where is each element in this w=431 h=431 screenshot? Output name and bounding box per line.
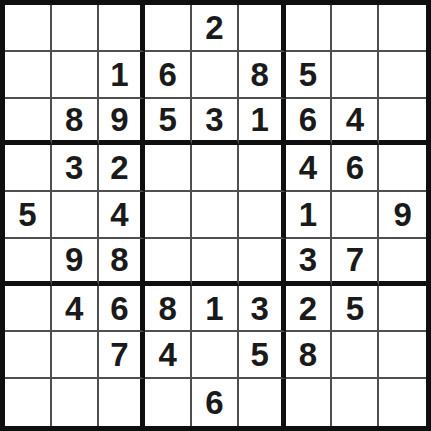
cell-r6c1[interactable] xyxy=(5,239,52,286)
cell-r9c9[interactable] xyxy=(379,379,426,426)
cell-r4c3: 2 xyxy=(99,145,146,192)
cell-r2c2[interactable] xyxy=(52,52,99,99)
cell-r3c6: 1 xyxy=(239,99,286,146)
cell-r5c4[interactable] xyxy=(145,192,192,239)
cell-r9c7[interactable] xyxy=(286,379,333,426)
cell-r3c4: 5 xyxy=(145,99,192,146)
cell-r3c5: 3 xyxy=(192,99,239,146)
cell-r3c7: 6 xyxy=(286,99,333,146)
cell-r1c5: 2 xyxy=(192,5,239,52)
cell-r2c6: 8 xyxy=(239,52,286,99)
cell-r9c6[interactable] xyxy=(239,379,286,426)
cell-r7c5: 1 xyxy=(192,286,239,333)
cell-r7c7: 2 xyxy=(286,286,333,333)
cell-r8c3: 7 xyxy=(99,332,146,379)
cell-r7c3: 6 xyxy=(99,286,146,333)
cell-r3c8: 4 xyxy=(332,99,379,146)
cell-r4c8: 6 xyxy=(332,145,379,192)
cell-r2c3: 1 xyxy=(99,52,146,99)
cell-r2c7: 5 xyxy=(286,52,333,99)
cell-r4c1[interactable] xyxy=(5,145,52,192)
cell-r5c7: 1 xyxy=(286,192,333,239)
cell-r6c7: 3 xyxy=(286,239,333,286)
cell-r2c8[interactable] xyxy=(332,52,379,99)
cell-r2c9[interactable] xyxy=(379,52,426,99)
cell-r7c1[interactable] xyxy=(5,286,52,333)
cell-r6c2: 9 xyxy=(52,239,99,286)
cell-r2c5[interactable] xyxy=(192,52,239,99)
sudoku-board: 216858953164324654199837468132574586 xyxy=(0,0,431,431)
cell-r1c4[interactable] xyxy=(145,5,192,52)
cell-r4c9[interactable] xyxy=(379,145,426,192)
cell-r7c9[interactable] xyxy=(379,286,426,333)
cell-r4c5[interactable] xyxy=(192,145,239,192)
cell-r5c5[interactable] xyxy=(192,192,239,239)
cell-r7c8: 5 xyxy=(332,286,379,333)
cell-r9c3[interactable] xyxy=(99,379,146,426)
cell-r6c4[interactable] xyxy=(145,239,192,286)
cell-r4c7: 4 xyxy=(286,145,333,192)
cell-r1c6[interactable] xyxy=(239,5,286,52)
cell-r4c4[interactable] xyxy=(145,145,192,192)
cell-r2c1[interactable] xyxy=(5,52,52,99)
cell-r1c9[interactable] xyxy=(379,5,426,52)
cell-r7c6: 3 xyxy=(239,286,286,333)
cell-r7c2: 4 xyxy=(52,286,99,333)
cell-r5c1: 5 xyxy=(5,192,52,239)
cell-r1c3[interactable] xyxy=(99,5,146,52)
cell-r8c9[interactable] xyxy=(379,332,426,379)
cell-r6c8: 7 xyxy=(332,239,379,286)
cell-r8c2[interactable] xyxy=(52,332,99,379)
cell-r9c2[interactable] xyxy=(52,379,99,426)
cell-r3c1[interactable] xyxy=(5,99,52,146)
cell-r1c7[interactable] xyxy=(286,5,333,52)
cell-r8c8[interactable] xyxy=(332,332,379,379)
cell-r5c3: 4 xyxy=(99,192,146,239)
cell-r9c5: 6 xyxy=(192,379,239,426)
cell-r1c1[interactable] xyxy=(5,5,52,52)
cell-r8c1[interactable] xyxy=(5,332,52,379)
cell-r8c7: 8 xyxy=(286,332,333,379)
cell-r3c9[interactable] xyxy=(379,99,426,146)
cell-r1c2[interactable] xyxy=(52,5,99,52)
cell-r1c8[interactable] xyxy=(332,5,379,52)
cell-r6c6[interactable] xyxy=(239,239,286,286)
cell-r7c4: 8 xyxy=(145,286,192,333)
cell-r8c4: 4 xyxy=(145,332,192,379)
cell-r8c6: 5 xyxy=(239,332,286,379)
cell-r6c5[interactable] xyxy=(192,239,239,286)
cell-r4c6[interactable] xyxy=(239,145,286,192)
cell-r2c4: 6 xyxy=(145,52,192,99)
cell-r6c3: 8 xyxy=(99,239,146,286)
cell-r8c5[interactable] xyxy=(192,332,239,379)
cell-r3c3: 9 xyxy=(99,99,146,146)
cell-r9c1[interactable] xyxy=(5,379,52,426)
cell-r5c9: 9 xyxy=(379,192,426,239)
cell-r6c9[interactable] xyxy=(379,239,426,286)
cell-r5c2[interactable] xyxy=(52,192,99,239)
cell-r5c6[interactable] xyxy=(239,192,286,239)
cell-r9c4[interactable] xyxy=(145,379,192,426)
cell-r9c8[interactable] xyxy=(332,379,379,426)
cell-r5c8[interactable] xyxy=(332,192,379,239)
cell-r3c2: 8 xyxy=(52,99,99,146)
cell-r4c2: 3 xyxy=(52,145,99,192)
